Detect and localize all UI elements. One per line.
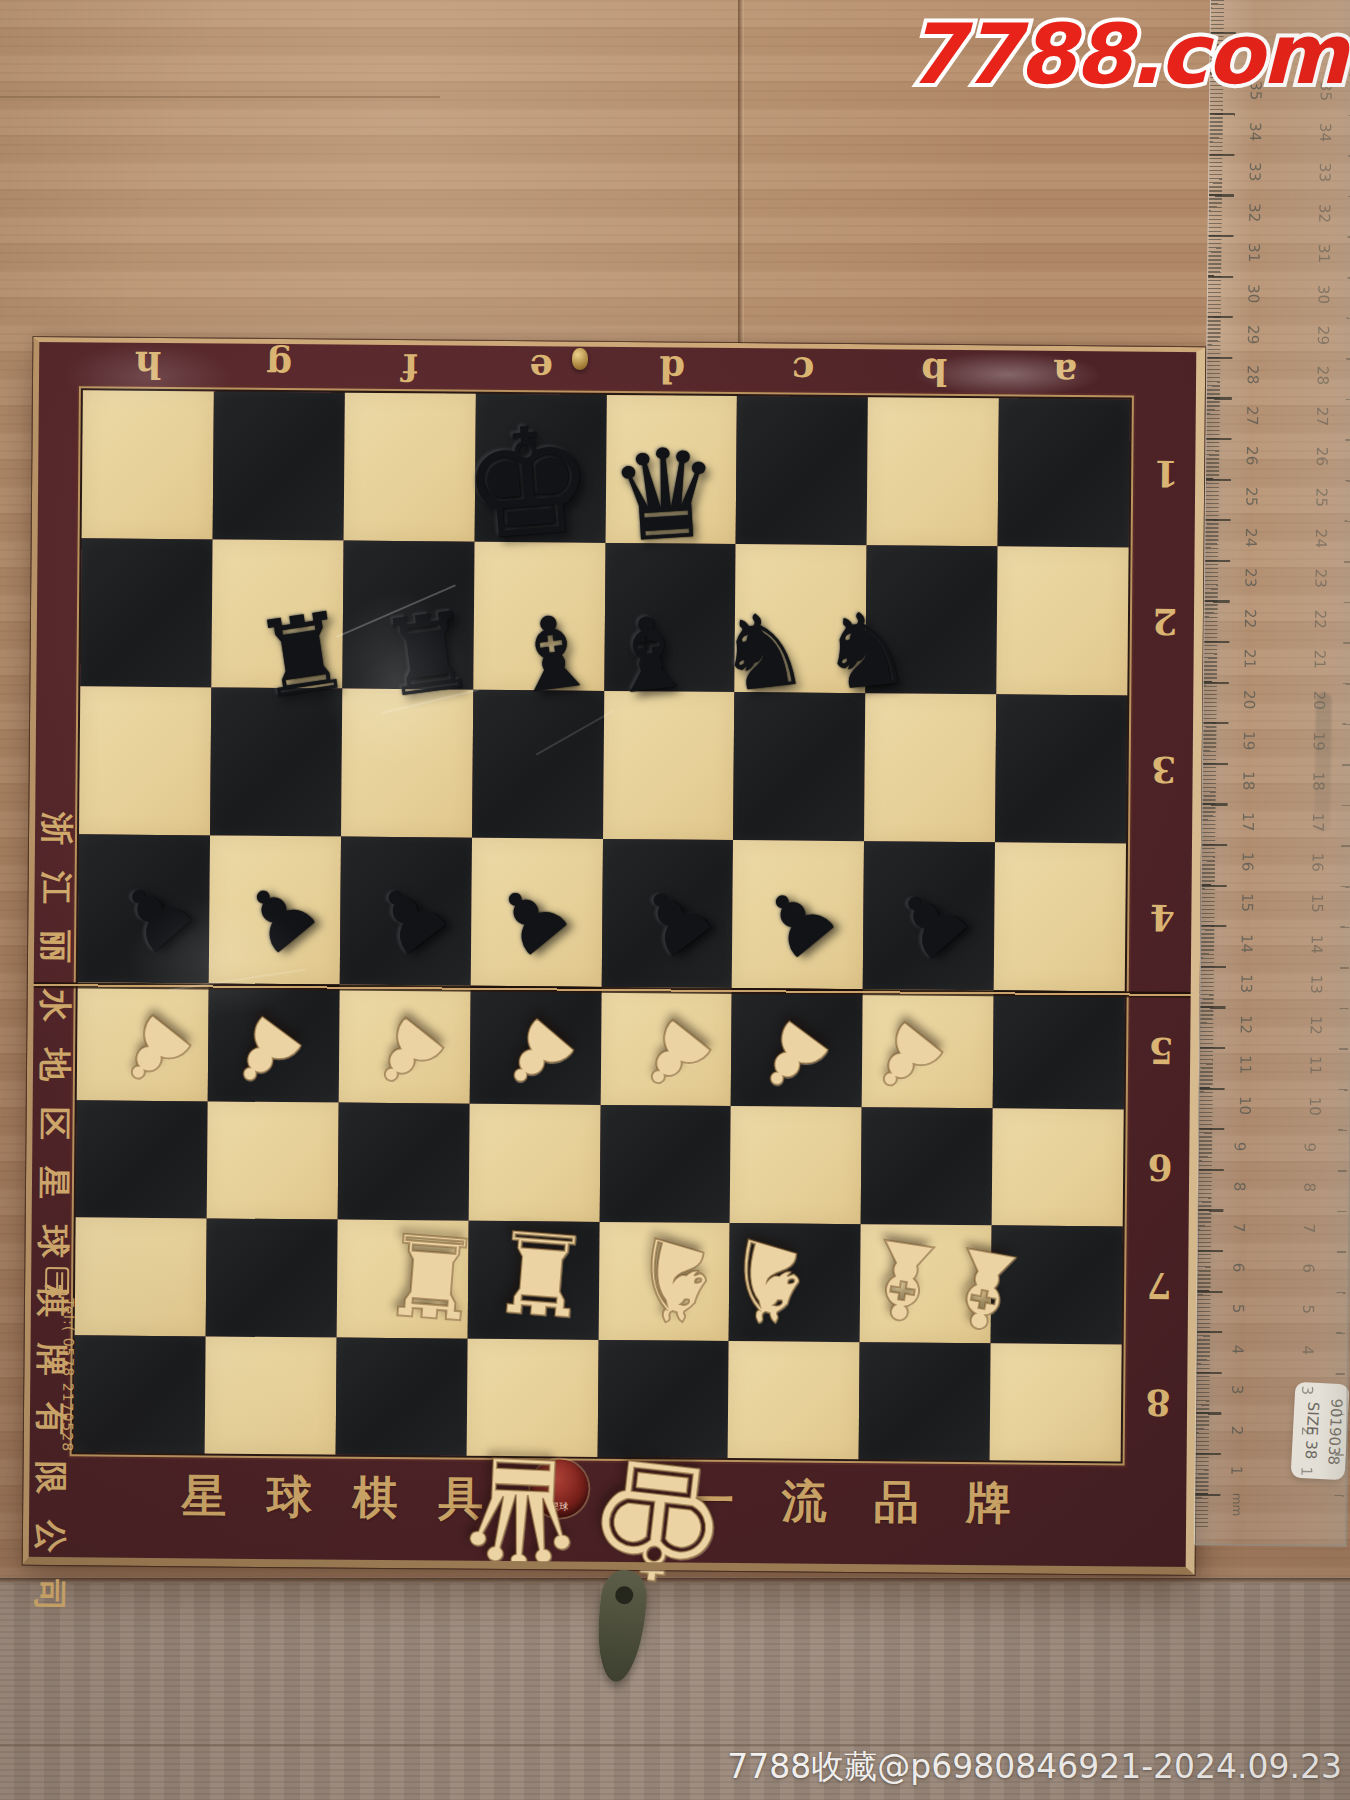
floor-plank-line [0, 96, 440, 98]
ruler-number: 4 [1229, 1344, 1247, 1354]
square-e8 [466, 1338, 598, 1457]
square-e7 [467, 1221, 599, 1340]
rank-label-2: 2 [1152, 601, 1177, 643]
side-text-char: 浙 [27, 808, 86, 849]
ruler-number: 26 [1243, 446, 1261, 465]
square-h2 [80, 538, 212, 687]
bottom-text-char: 品 [874, 1472, 920, 1532]
square-b3 [864, 693, 996, 842]
ruler-number: 29 [1244, 325, 1262, 344]
bottom-text-char: 棋 [352, 1468, 398, 1528]
square-e3 [472, 690, 604, 839]
square-g1 [212, 391, 344, 540]
chess-board: hgfedcba 12345678 浙江丽水地区星球棋牌有限公司 Tel:( 0… [23, 337, 1206, 1575]
ruler-number: 34 [1246, 122, 1264, 141]
square-h1 [82, 390, 214, 539]
ruler-number: 6 [1229, 1263, 1247, 1273]
rank-label-7: 7 [1146, 1264, 1171, 1306]
ruler-number: 26 [1313, 447, 1331, 466]
ruler-number: 25 [1242, 487, 1260, 506]
ruler-number: 2 [1298, 1426, 1316, 1436]
ruler-number: 16 [1238, 852, 1256, 871]
rank-label-8: 8 [1145, 1382, 1170, 1424]
square-d1 [605, 395, 737, 544]
square-d7 [598, 1222, 730, 1341]
square-d6 [599, 1104, 731, 1223]
square-g4 [209, 835, 341, 984]
logo-label: 星球 [530, 1500, 588, 1514]
square-d5 [600, 987, 732, 1106]
ruler-number: 21 [1241, 649, 1259, 668]
square-g2 [211, 539, 343, 688]
photo-scene: hgfedcba 12345678 浙江丽水地区星球棋牌有限公司 Tel:( 0… [0, 0, 1350, 1800]
ruler-number: 13 [1307, 975, 1325, 994]
ruler-number: 33 [1246, 162, 1264, 181]
square-f6 [337, 1102, 469, 1221]
hinge-pin [572, 348, 588, 370]
bottom-text-char: 星 [181, 1466, 227, 1526]
square-g5 [208, 983, 340, 1102]
ruler-number: 31 [1315, 244, 1333, 263]
square-a4 [994, 842, 1126, 991]
side-text-char: 星 [24, 1162, 83, 1203]
square-g8 [205, 1336, 337, 1455]
side-text-char: 水 [26, 985, 85, 1026]
ruler-number: 21 [1311, 650, 1329, 669]
square-a3 [995, 694, 1127, 843]
square-e4 [470, 838, 602, 987]
ruler-number: 14 [1238, 934, 1256, 953]
ruler-number: 24 [1242, 528, 1260, 547]
ruler-number: 6 [1299, 1264, 1317, 1274]
ruler-number: 23 [1311, 569, 1329, 588]
square-a8 [990, 1343, 1122, 1462]
telephone-text: Tel:( 0578 2170528 [60, 1295, 77, 1455]
ruler-number: 30 [1314, 285, 1332, 304]
square-e6 [468, 1103, 600, 1222]
bottom-brand-text: 星球棋具 [181, 1466, 484, 1529]
square-f2 [342, 541, 474, 690]
ruler-number: 4 [1299, 1345, 1317, 1355]
square-b2 [866, 545, 998, 694]
bottom-text-char: 一 [689, 1471, 735, 1531]
ruler-number: 1 [1297, 1467, 1315, 1477]
bottom-text-char: 具 [438, 1468, 484, 1528]
square-h3 [79, 686, 211, 835]
ruler-number: 28 [1244, 365, 1262, 384]
square-b1 [867, 397, 999, 546]
square-g6 [207, 1101, 339, 1220]
square-e5 [469, 986, 601, 1105]
square-f8 [335, 1337, 467, 1456]
file-label-h: h [135, 343, 162, 387]
file-label-c: c [791, 349, 814, 393]
rank-label-3: 3 [1151, 749, 1176, 791]
square-b7 [860, 1224, 992, 1343]
ruler-number: 13 [1237, 974, 1255, 993]
side-text-char: 球 [24, 1221, 83, 1262]
file-label-b: b [921, 350, 947, 394]
square-c7 [729, 1223, 861, 1342]
watermark-credit: 7788收藏@p6980846921-2024.09.23 [727, 1745, 1342, 1790]
ruler-number: 5 [1229, 1304, 1247, 1314]
square-a6 [992, 1108, 1124, 1227]
floor-plank-seam-horizontal [0, 1578, 1350, 1583]
square-h7 [75, 1217, 207, 1336]
file-label-f: f [402, 345, 418, 389]
ruler-number: 17 [1239, 812, 1257, 831]
ruler-number: 5 [1299, 1304, 1317, 1314]
square-c6 [730, 1106, 862, 1225]
square-f1 [343, 393, 475, 542]
watermark-7788: 7788.com [907, 6, 1346, 103]
ruler-number: 3 [1298, 1386, 1316, 1396]
square-h6 [76, 1100, 208, 1219]
ruler-number: 25 [1312, 488, 1330, 507]
square-a1 [998, 398, 1130, 547]
ruler-number: 8 [1230, 1182, 1248, 1192]
ruler-number: 1 [1227, 1466, 1245, 1476]
side-text-char: 地 [25, 1044, 84, 1085]
file-label-g: g [266, 344, 292, 388]
square-e2 [473, 542, 605, 691]
ruler-number: 3 [1228, 1385, 1246, 1395]
side-text-char: 公 [21, 1516, 80, 1557]
square-f5 [338, 985, 470, 1104]
bottom-text-char: 流 [781, 1471, 827, 1531]
square-a7 [991, 1225, 1123, 1344]
ruler-number: 10 [1306, 1097, 1324, 1116]
rank-label-5: 5 [1148, 1029, 1173, 1071]
ruler-number: 32 [1315, 204, 1333, 223]
square-d8 [597, 1339, 729, 1458]
ruler-number: 33 [1316, 163, 1334, 182]
ruler-number: 10 [1236, 1096, 1254, 1115]
ruler-number: 16 [1308, 853, 1326, 872]
square-d4 [601, 839, 733, 988]
ruler-number: 9 [1231, 1141, 1249, 1151]
bottom-text-char: 牌 [966, 1473, 1012, 1533]
ruler-number: 18 [1239, 771, 1257, 790]
square-b4 [863, 841, 995, 990]
ruler-number: 22 [1241, 609, 1259, 628]
floor-plank-seam-vertical [738, 0, 744, 348]
square-c4 [732, 840, 864, 989]
side-text-char: 限 [22, 1457, 81, 1498]
square-d2 [604, 543, 736, 692]
ruler-number: 2 [1228, 1426, 1246, 1436]
square-h4 [78, 834, 210, 983]
ruler-number: 7 [1230, 1223, 1248, 1233]
pieces-layer: ♚♛♜♜♝♝♞♞♟♟♟♟♟♟♟♟♟♟♟♟♟♟♜♜♞♞♝♝♛♚ [33, 337, 1205, 347]
ruler-number: 23 [1241, 568, 1259, 587]
square-c2 [735, 544, 867, 693]
file-label-e: e [529, 346, 553, 390]
manufacturer-text: 浙江丽水地区星球棋牌有限公司 [30, 799, 77, 1625]
square-c5 [731, 988, 863, 1107]
ruler-number: 19 [1240, 731, 1258, 750]
side-text-char: 区 [25, 1103, 84, 1144]
ruler-number: 31 [1245, 243, 1263, 262]
ruler-number: 11 [1236, 1055, 1254, 1074]
square-f7 [336, 1220, 468, 1339]
ruler-number: 34 [1316, 122, 1334, 141]
rank-label-1: 1 [1154, 453, 1179, 495]
brand-logo-icon [45, 1267, 69, 1295]
square-g3 [210, 687, 342, 836]
square-a5 [993, 990, 1125, 1109]
ruler-number: 20 [1240, 690, 1258, 709]
ruler-number: 15 [1308, 894, 1326, 913]
ruler-number: 22 [1311, 610, 1329, 629]
rank-label-6: 6 [1147, 1147, 1172, 1189]
ruler-print-smudge [1314, 692, 1331, 832]
file-label-d: d [659, 347, 685, 391]
square-g7 [206, 1218, 338, 1337]
square-e1 [474, 394, 606, 543]
side-text-char: 司 [21, 1575, 80, 1616]
bottom-text-char: 球 [267, 1467, 313, 1527]
ruler-number: 27 [1243, 406, 1261, 425]
ruler-number: 29 [1314, 325, 1332, 344]
board-grid [74, 390, 1130, 1461]
ruler-number: 8 [1300, 1183, 1318, 1193]
file-label-a: a [1052, 351, 1076, 395]
square-b6 [861, 1107, 993, 1226]
ruler-number: 11 [1306, 1056, 1324, 1075]
side-text-char: 江 [27, 867, 86, 908]
square-b5 [862, 989, 994, 1108]
ruler-unit-label: mm [1230, 1493, 1244, 1517]
ruler-number: 28 [1314, 366, 1332, 385]
square-b8 [859, 1342, 991, 1461]
ruler: 3535343433333232313130302929282827272626… [1194, 0, 1350, 1547]
ruler-number: 14 [1308, 934, 1326, 953]
ruler-number: 9 [1301, 1142, 1319, 1152]
square-h8 [74, 1335, 206, 1454]
rank-labels: 12345678 [33, 337, 1205, 347]
bottom-slogan-text: 一流品牌 [689, 1471, 1012, 1534]
side-text-char: 丽 [26, 926, 85, 967]
square-a2 [996, 546, 1128, 695]
rank-label-4: 4 [1150, 897, 1175, 939]
square-f3 [341, 689, 473, 838]
ruler-number: 12 [1307, 1016, 1325, 1035]
ruler-number: 24 [1312, 528, 1330, 547]
ruler-ticks-right [1334, 0, 1350, 1531]
square-d3 [603, 691, 735, 840]
square-c3 [733, 692, 865, 841]
ruler-number: 30 [1244, 284, 1262, 303]
ruler-number: 27 [1313, 407, 1331, 426]
square-c8 [728, 1341, 860, 1460]
ruler-number: 12 [1237, 1015, 1255, 1034]
square-h5 [77, 982, 209, 1101]
file-labels: hgfedcba [33, 337, 1205, 347]
square-f4 [339, 837, 471, 986]
ruler-number: 15 [1238, 893, 1256, 912]
ruler-ticks-cm [1195, 0, 1236, 1529]
square-c1 [736, 396, 868, 545]
ruler-number: 32 [1245, 203, 1263, 222]
star-ball-logo: 星球 [530, 1459, 589, 1518]
ruler-number: 7 [1300, 1223, 1318, 1233]
